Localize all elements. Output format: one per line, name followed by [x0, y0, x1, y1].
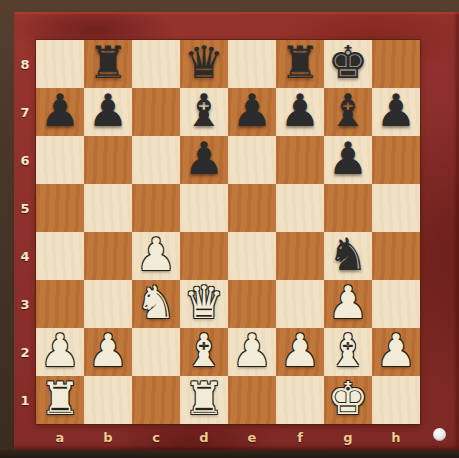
square-g1[interactable]: ♚	[324, 376, 372, 424]
chess-app-window: 87654321 ♜♛♜♚♟♟♝♟♟♝♟♟♟♟♞♞♛♟♟♟♝♟♟♝♟♜♜♚ ab…	[0, 0, 459, 458]
piece-black-pawn[interactable]: ♟	[184, 135, 224, 183]
square-g2[interactable]: ♝	[324, 328, 372, 376]
square-f6[interactable]	[276, 136, 324, 184]
file-label-d: d	[180, 424, 228, 450]
piece-black-pawn[interactable]: ♟	[40, 87, 80, 135]
square-h4[interactable]	[372, 232, 420, 280]
square-h2[interactable]: ♟	[372, 328, 420, 376]
square-f8[interactable]: ♜	[276, 40, 324, 88]
side-to-move-indicator	[433, 428, 446, 441]
square-e6[interactable]	[228, 136, 276, 184]
square-d6[interactable]: ♟	[180, 136, 228, 184]
square-b5[interactable]	[84, 184, 132, 232]
square-a5[interactable]	[36, 184, 84, 232]
file-label-a: a	[36, 424, 84, 450]
piece-black-pawn[interactable]: ♟	[376, 87, 416, 135]
square-g3[interactable]: ♟	[324, 280, 372, 328]
piece-black-queen[interactable]: ♛	[184, 39, 224, 87]
square-a4[interactable]	[36, 232, 84, 280]
piece-white-bishop[interactable]: ♝	[184, 327, 224, 375]
square-e8[interactable]	[228, 40, 276, 88]
square-f7[interactable]: ♟	[276, 88, 324, 136]
square-f1[interactable]	[276, 376, 324, 424]
piece-white-pawn[interactable]: ♟	[40, 327, 80, 375]
square-c5[interactable]	[132, 184, 180, 232]
piece-black-king[interactable]: ♚	[328, 39, 368, 87]
file-label-b: b	[84, 424, 132, 450]
square-g6[interactable]: ♟	[324, 136, 372, 184]
square-c8[interactable]	[132, 40, 180, 88]
square-b8[interactable]: ♜	[84, 40, 132, 88]
square-c3[interactable]: ♞	[132, 280, 180, 328]
square-d5[interactable]	[180, 184, 228, 232]
square-h3[interactable]	[372, 280, 420, 328]
piece-white-rook[interactable]: ♜	[40, 375, 80, 423]
rank-labels: 87654321	[14, 40, 36, 424]
piece-black-rook[interactable]: ♜	[88, 39, 128, 87]
square-d1[interactable]: ♜	[180, 376, 228, 424]
square-a2[interactable]: ♟	[36, 328, 84, 376]
square-e4[interactable]	[228, 232, 276, 280]
piece-black-pawn[interactable]: ♟	[328, 135, 368, 183]
rank-label-3: 3	[14, 280, 36, 328]
rank-label-4: 4	[14, 232, 36, 280]
piece-black-pawn[interactable]: ♟	[232, 87, 272, 135]
square-b2[interactable]: ♟	[84, 328, 132, 376]
piece-black-rook[interactable]: ♜	[280, 39, 320, 87]
piece-white-bishop[interactable]: ♝	[328, 327, 368, 375]
square-c1[interactable]	[132, 376, 180, 424]
piece-white-pawn[interactable]: ♟	[376, 327, 416, 375]
piece-white-pawn[interactable]: ♟	[136, 231, 176, 279]
square-f3[interactable]	[276, 280, 324, 328]
rank-label-7: 7	[14, 88, 36, 136]
file-label-e: e	[228, 424, 276, 450]
square-a3[interactable]	[36, 280, 84, 328]
rank-label-2: 2	[14, 328, 36, 376]
square-a8[interactable]	[36, 40, 84, 88]
rank-label-1: 1	[14, 376, 36, 424]
square-e3[interactable]	[228, 280, 276, 328]
square-b7[interactable]: ♟	[84, 88, 132, 136]
piece-black-pawn[interactable]: ♟	[88, 87, 128, 135]
piece-white-king[interactable]: ♚	[328, 375, 368, 423]
piece-black-bishop[interactable]: ♝	[184, 87, 224, 135]
rank-label-6: 6	[14, 136, 36, 184]
square-a7[interactable]: ♟	[36, 88, 84, 136]
square-c4[interactable]: ♟	[132, 232, 180, 280]
square-a1[interactable]: ♜	[36, 376, 84, 424]
square-b4[interactable]	[84, 232, 132, 280]
square-g7[interactable]: ♝	[324, 88, 372, 136]
piece-white-pawn[interactable]: ♟	[88, 327, 128, 375]
piece-white-knight[interactable]: ♞	[136, 279, 176, 327]
square-b6[interactable]	[84, 136, 132, 184]
square-h8[interactable]	[372, 40, 420, 88]
rank-label-8: 8	[14, 40, 36, 88]
file-labels: abcdefgh	[36, 424, 420, 450]
square-d8[interactable]: ♛	[180, 40, 228, 88]
piece-white-pawn[interactable]: ♟	[232, 327, 272, 375]
square-h5[interactable]	[372, 184, 420, 232]
piece-black-knight[interactable]: ♞	[328, 231, 368, 279]
file-label-f: f	[276, 424, 324, 450]
square-d4[interactable]	[180, 232, 228, 280]
square-f4[interactable]	[276, 232, 324, 280]
piece-black-pawn[interactable]: ♟	[280, 87, 320, 135]
square-c7[interactable]	[132, 88, 180, 136]
bottom-wood-strip	[0, 450, 459, 458]
square-d3[interactable]: ♛	[180, 280, 228, 328]
square-g5[interactable]	[324, 184, 372, 232]
square-h6[interactable]	[372, 136, 420, 184]
square-f5[interactable]	[276, 184, 324, 232]
file-label-h: h	[372, 424, 420, 450]
piece-white-queen[interactable]: ♛	[184, 279, 224, 327]
square-e7[interactable]: ♟	[228, 88, 276, 136]
square-a6[interactable]	[36, 136, 84, 184]
file-label-c: c	[132, 424, 180, 450]
square-f2[interactable]: ♟	[276, 328, 324, 376]
square-c6[interactable]	[132, 136, 180, 184]
chess-board[interactable]: ♜♛♜♚♟♟♝♟♟♝♟♟♟♟♞♞♛♟♟♟♝♟♟♝♟♜♜♚	[36, 40, 420, 424]
file-label-g: g	[324, 424, 372, 450]
square-g8[interactable]: ♚	[324, 40, 372, 88]
square-h7[interactable]: ♟	[372, 88, 420, 136]
square-b1[interactable]	[84, 376, 132, 424]
piece-white-pawn[interactable]: ♟	[280, 327, 320, 375]
square-g4[interactable]: ♞	[324, 232, 372, 280]
square-h1[interactable]	[372, 376, 420, 424]
square-e1[interactable]	[228, 376, 276, 424]
piece-white-rook[interactable]: ♜	[184, 375, 224, 423]
square-d2[interactable]: ♝	[180, 328, 228, 376]
square-e5[interactable]	[228, 184, 276, 232]
piece-white-pawn[interactable]: ♟	[328, 279, 368, 327]
square-b3[interactable]	[84, 280, 132, 328]
rank-label-5: 5	[14, 184, 36, 232]
square-c2[interactable]	[132, 328, 180, 376]
square-d7[interactable]: ♝	[180, 88, 228, 136]
piece-black-bishop[interactable]: ♝	[328, 87, 368, 135]
square-e2[interactable]: ♟	[228, 328, 276, 376]
